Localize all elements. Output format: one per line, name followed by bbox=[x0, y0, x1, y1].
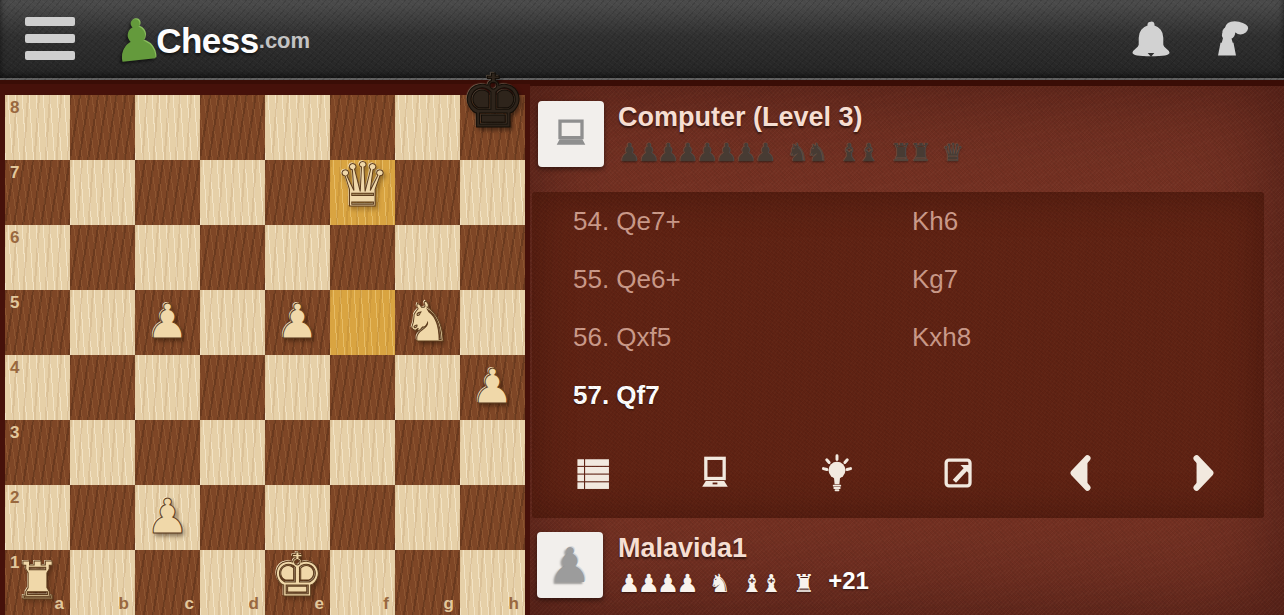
square-f2[interactable] bbox=[330, 485, 395, 550]
square-c2[interactable]: ♟ bbox=[135, 485, 200, 550]
piece-white-knight-g5[interactable]: ♞ bbox=[395, 290, 460, 354]
square-g1[interactable]: g bbox=[395, 550, 460, 615]
square-g7[interactable] bbox=[395, 160, 460, 225]
square-g3[interactable] bbox=[395, 420, 460, 485]
square-b8[interactable] bbox=[70, 95, 135, 160]
square-b1[interactable]: b bbox=[70, 550, 135, 615]
board-frame: 8♚7♛65♟♟♞4♟32♟1a♜bcde♚fgh bbox=[0, 84, 530, 615]
square-b6[interactable] bbox=[70, 225, 135, 290]
piece-white-rook-a1[interactable]: ♜ bbox=[5, 550, 70, 612]
square-h5[interactable] bbox=[460, 290, 525, 355]
square-a8[interactable]: 8 bbox=[5, 95, 70, 160]
square-d3[interactable] bbox=[200, 420, 265, 485]
captured-white-pieces: ♟♟♟♟ ♞ ♝♝ ♜+21 bbox=[618, 568, 869, 597]
square-e7[interactable] bbox=[265, 160, 330, 225]
game-toolbar bbox=[532, 446, 1264, 500]
black-move[interactable]: Kh6 bbox=[912, 206, 1212, 237]
square-d8[interactable] bbox=[200, 95, 265, 160]
square-c1[interactable]: c bbox=[135, 550, 200, 615]
file-label-g: g bbox=[444, 595, 454, 612]
chess-app-screen: ♟ Chess .com 8♚7♛65♟♟♞4♟32♟1a♜bcde♚fgh C… bbox=[0, 0, 1284, 615]
square-a2[interactable]: 2 bbox=[5, 485, 70, 550]
material-advantage: +21 bbox=[828, 567, 869, 594]
rank-label-3: 3 bbox=[10, 424, 19, 441]
square-a7[interactable]: 7 bbox=[5, 160, 70, 225]
rank-label-8: 8 bbox=[10, 99, 19, 116]
rank-label-6: 6 bbox=[10, 229, 19, 246]
logo-suffix: .com bbox=[259, 28, 310, 54]
square-f3[interactable] bbox=[330, 420, 395, 485]
white-move[interactable]: 54. Qe7+ bbox=[573, 206, 912, 237]
user-name: Malavida1 bbox=[618, 533, 747, 564]
file-label-c: c bbox=[185, 595, 194, 612]
square-c6[interactable] bbox=[135, 225, 200, 290]
white-move[interactable]: 55. Qe6+ bbox=[573, 264, 912, 295]
square-h6[interactable] bbox=[460, 225, 525, 290]
rank-label-2: 2 bbox=[10, 489, 19, 506]
square-f5[interactable] bbox=[330, 290, 395, 355]
square-g5[interactable]: ♞ bbox=[395, 290, 460, 355]
square-a6[interactable]: 6 bbox=[5, 225, 70, 290]
square-a3[interactable]: 3 bbox=[5, 420, 70, 485]
next-move-icon[interactable] bbox=[1177, 447, 1229, 499]
square-h2[interactable] bbox=[460, 485, 525, 550]
move-list-icon[interactable] bbox=[567, 447, 619, 499]
square-d7[interactable] bbox=[200, 160, 265, 225]
square-e8[interactable] bbox=[265, 95, 330, 160]
square-h7[interactable] bbox=[460, 160, 525, 225]
file-label-b: b bbox=[119, 595, 129, 612]
piece-black-king-h8[interactable]: ♚ bbox=[460, 69, 525, 134]
square-d2[interactable] bbox=[200, 485, 265, 550]
square-f1[interactable]: f bbox=[330, 550, 395, 615]
move-list: 54. Qe7+Kh655. Qe6+Kg756. Qxf5Kxh857. Qf… bbox=[532, 192, 1264, 424]
move-row-54: 54. Qe7+Kh6 bbox=[532, 192, 1264, 250]
captured-white-glyphs: ♟♟♟♟ ♞ ♝♝ ♜ bbox=[618, 569, 812, 598]
square-b4[interactable] bbox=[70, 355, 135, 420]
top-bar: ♟ Chess .com bbox=[0, 0, 1284, 80]
square-g8[interactable] bbox=[395, 95, 460, 160]
pawn-icon: ♟ bbox=[548, 537, 591, 593]
white-move[interactable]: 56. Qxf5 bbox=[573, 322, 912, 353]
move-row-55: 55. Qe6+Kg7 bbox=[532, 250, 1264, 308]
chess-board: 8♚7♛65♟♟♞4♟32♟1a♜bcde♚fgh bbox=[5, 95, 525, 615]
square-e3[interactable] bbox=[265, 420, 330, 485]
square-g4[interactable] bbox=[395, 355, 460, 420]
square-a5[interactable]: 5 bbox=[5, 290, 70, 355]
open-expand-icon[interactable] bbox=[933, 447, 985, 499]
square-h4[interactable]: ♟ bbox=[460, 355, 525, 420]
previous-move-icon[interactable] bbox=[1055, 447, 1107, 499]
logo-text: Chess bbox=[156, 21, 259, 61]
move-row-57: 57. Qf7 bbox=[532, 366, 1264, 424]
file-label-d: d bbox=[249, 595, 259, 612]
computer-icon[interactable] bbox=[689, 447, 741, 499]
computer-avatar[interactable] bbox=[538, 101, 604, 167]
square-g6[interactable] bbox=[395, 225, 460, 290]
piece-white-queen-f7[interactable]: ♛ bbox=[330, 154, 395, 216]
rank-label-7: 7 bbox=[10, 164, 19, 181]
piece-white-pawn-h4[interactable]: ♟ bbox=[460, 355, 525, 417]
captured-black-pieces: ♟♟♟♟♟♟♟♟ ♞♞ ♝♝ ♜♜ ♛ bbox=[618, 140, 961, 166]
file-label-h: h bbox=[509, 595, 519, 612]
hint-lightbulb-icon[interactable] bbox=[811, 447, 863, 499]
black-move[interactable]: Kg7 bbox=[912, 264, 1212, 295]
computer-name: Computer (Level 3) bbox=[618, 102, 863, 133]
green-pawn-logo-icon: ♟ bbox=[109, 11, 165, 72]
square-b7[interactable] bbox=[70, 160, 135, 225]
square-d1[interactable]: d bbox=[200, 550, 265, 615]
move-panel: 54. Qe7+Kh655. Qe6+Kg756. Qxf5Kxh857. Qf… bbox=[532, 192, 1264, 518]
move-row-56: 56. Qxf5Kxh8 bbox=[532, 308, 1264, 366]
menu-icon[interactable] bbox=[25, 17, 75, 64]
square-h3[interactable] bbox=[460, 420, 525, 485]
square-g2[interactable] bbox=[395, 485, 460, 550]
square-d6[interactable] bbox=[200, 225, 265, 290]
chesscom-logo[interactable]: ♟ Chess .com bbox=[112, 6, 310, 76]
piece-white-pawn-c2[interactable]: ♟ bbox=[135, 485, 200, 547]
square-e1[interactable]: e♚ bbox=[265, 550, 330, 615]
square-c3[interactable] bbox=[135, 420, 200, 485]
square-f4[interactable] bbox=[330, 355, 395, 420]
square-c8[interactable] bbox=[135, 95, 200, 160]
black-move[interactable]: Kxh8 bbox=[912, 322, 1212, 353]
square-a1[interactable]: 1a♜ bbox=[5, 550, 70, 615]
menu-bar bbox=[25, 51, 75, 60]
user-avatar[interactable]: ♟ bbox=[537, 532, 603, 598]
square-d5[interactable] bbox=[200, 290, 265, 355]
square-b2[interactable] bbox=[70, 485, 135, 550]
bell-icon[interactable] bbox=[1126, 16, 1176, 66]
menu-bar bbox=[25, 34, 75, 43]
hand-pawn-icon[interactable] bbox=[1202, 16, 1252, 66]
square-b5[interactable] bbox=[70, 290, 135, 355]
square-c7[interactable] bbox=[135, 160, 200, 225]
rank-label-4: 4 bbox=[10, 359, 19, 376]
square-h8[interactable]: ♚ bbox=[460, 95, 525, 160]
piece-white-king-e1[interactable]: ♚ bbox=[265, 544, 330, 606]
rank-label-5: 5 bbox=[10, 294, 19, 311]
white-move[interactable]: 57. Qf7 bbox=[573, 380, 912, 411]
square-c4[interactable] bbox=[135, 355, 200, 420]
square-f7[interactable]: ♛ bbox=[330, 160, 395, 225]
square-e4[interactable] bbox=[265, 355, 330, 420]
square-e6[interactable] bbox=[265, 225, 330, 290]
piece-white-pawn-e5[interactable]: ♟ bbox=[265, 290, 330, 352]
menu-bar bbox=[25, 17, 75, 26]
file-label-f: f bbox=[383, 595, 389, 612]
laptop-icon bbox=[549, 112, 593, 156]
piece-white-pawn-c5[interactable]: ♟ bbox=[135, 290, 200, 352]
square-e5[interactable]: ♟ bbox=[265, 290, 330, 355]
square-d4[interactable] bbox=[200, 355, 265, 420]
square-h1[interactable]: h bbox=[460, 550, 525, 615]
square-c5[interactable]: ♟ bbox=[135, 290, 200, 355]
square-f6[interactable] bbox=[330, 225, 395, 290]
square-a4[interactable]: 4 bbox=[5, 355, 70, 420]
square-b3[interactable] bbox=[70, 420, 135, 485]
